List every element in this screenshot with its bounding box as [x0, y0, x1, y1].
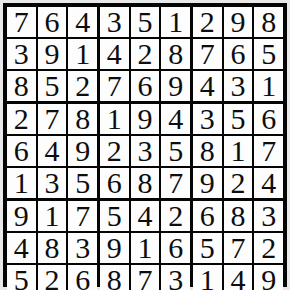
cell-r1c5: 5 — [131, 7, 160, 37]
cell-r7c1: 9 — [7, 201, 36, 231]
cell-r1c8: 9 — [224, 7, 253, 37]
cell-r6c8: 2 — [224, 168, 253, 198]
cell-r2c3: 1 — [68, 39, 97, 69]
box-1-2: 351428769 — [100, 7, 190, 101]
cell-r8c2: 8 — [38, 233, 67, 263]
cell-r6c7: 9 — [193, 168, 222, 198]
cell-r4c2: 7 — [38, 104, 67, 134]
cell-r5c7: 8 — [193, 136, 222, 166]
cell-r4c5: 9 — [131, 104, 160, 134]
cell-r3c8: 3 — [224, 71, 253, 101]
cell-r9c1: 5 — [7, 265, 36, 290]
cell-r2c7: 7 — [193, 39, 222, 69]
cell-r8c3: 3 — [68, 233, 97, 263]
box-1-1: 764391852 — [7, 7, 97, 101]
cell-r8c6: 6 — [161, 233, 190, 263]
cell-r9c6: 3 — [161, 265, 190, 290]
cell-r3c6: 9 — [161, 71, 190, 101]
cell-r4c7: 3 — [193, 104, 222, 134]
cell-r2c6: 8 — [161, 39, 190, 69]
cell-r6c3: 5 — [68, 168, 97, 198]
cell-r3c3: 2 — [68, 71, 97, 101]
box-3-2: 542916873 — [100, 201, 190, 290]
cell-r4c8: 5 — [224, 104, 253, 134]
cell-r5c3: 9 — [68, 136, 97, 166]
cell-r2c4: 4 — [100, 39, 129, 69]
cell-r6c2: 3 — [38, 168, 67, 198]
cell-r3c2: 5 — [38, 71, 67, 101]
cell-r7c2: 1 — [38, 201, 67, 231]
cell-r4c3: 8 — [68, 104, 97, 134]
cell-r7c7: 6 — [193, 201, 222, 231]
cell-r1c2: 6 — [38, 7, 67, 37]
cell-r1c1: 7 — [7, 7, 36, 37]
box-2-2: 194235687 — [100, 104, 190, 198]
cell-r4c4: 1 — [100, 104, 129, 134]
box-1-3: 298765431 — [193, 7, 283, 101]
cell-r7c4: 5 — [100, 201, 129, 231]
cell-r9c4: 8 — [100, 265, 129, 290]
cell-r4c1: 2 — [7, 104, 36, 134]
cell-r8c9: 2 — [254, 233, 283, 263]
cell-r8c4: 9 — [100, 233, 129, 263]
cell-r9c2: 2 — [38, 265, 67, 290]
cell-r6c4: 6 — [100, 168, 129, 198]
cell-r7c3: 7 — [68, 201, 97, 231]
cell-r1c3: 4 — [68, 7, 97, 37]
cell-r7c8: 8 — [224, 201, 253, 231]
cell-r1c7: 2 — [193, 7, 222, 37]
cell-r9c5: 7 — [131, 265, 160, 290]
cell-r1c4: 3 — [100, 7, 129, 37]
sudoku-board: 7643918523514287692987654312786491351942… — [3, 3, 287, 287]
cell-r3c7: 4 — [193, 71, 222, 101]
cell-r4c6: 4 — [161, 104, 190, 134]
box-3-3: 683572149 — [193, 201, 283, 290]
cell-r7c6: 2 — [161, 201, 190, 231]
cell-r6c9: 4 — [254, 168, 283, 198]
cell-r8c5: 1 — [131, 233, 160, 263]
cell-r5c9: 7 — [254, 136, 283, 166]
cell-r3c1: 8 — [7, 71, 36, 101]
cell-r1c9: 8 — [254, 7, 283, 37]
cell-r5c5: 3 — [131, 136, 160, 166]
cell-r5c1: 6 — [7, 136, 36, 166]
cell-r8c8: 7 — [224, 233, 253, 263]
cell-r9c7: 1 — [193, 265, 222, 290]
cell-r5c2: 4 — [38, 136, 67, 166]
cell-r6c6: 7 — [161, 168, 190, 198]
cell-r8c7: 5 — [193, 233, 222, 263]
cell-r2c5: 2 — [131, 39, 160, 69]
cell-r7c9: 3 — [254, 201, 283, 231]
cell-r2c2: 9 — [38, 39, 67, 69]
cell-r8c1: 4 — [7, 233, 36, 263]
cell-r2c8: 6 — [224, 39, 253, 69]
box-2-1: 278649135 — [7, 104, 97, 198]
box-3-1: 917483526 — [7, 201, 97, 290]
cell-r7c5: 4 — [131, 201, 160, 231]
cell-r2c1: 3 — [7, 39, 36, 69]
cell-r9c9: 9 — [254, 265, 283, 290]
cell-r2c9: 5 — [254, 39, 283, 69]
cell-r6c1: 1 — [7, 168, 36, 198]
cell-r9c8: 4 — [224, 265, 253, 290]
cell-r4c9: 6 — [254, 104, 283, 134]
cell-r1c6: 1 — [161, 7, 190, 37]
cell-r9c3: 6 — [68, 265, 97, 290]
cell-r5c4: 2 — [100, 136, 129, 166]
cell-r6c5: 8 — [131, 168, 160, 198]
box-2-3: 356817924 — [193, 104, 283, 198]
cell-r5c6: 5 — [161, 136, 190, 166]
cell-r3c5: 6 — [131, 71, 160, 101]
cell-r3c9: 1 — [254, 71, 283, 101]
cell-r5c8: 1 — [224, 136, 253, 166]
cell-r3c4: 7 — [100, 71, 129, 101]
